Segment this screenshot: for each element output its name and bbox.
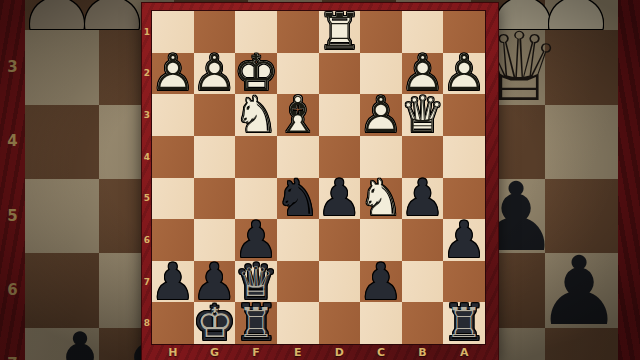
piece-white-bishop: ♝♗ (277, 94, 319, 136)
background-square (25, 253, 99, 327)
main-chessboard-frame: 12345678 ♜♖♟♙♟♙♚♔♟♙♟♙♞♘♝♗♟♙♛♕♞♟♞♘♟♟♟♟♟♛♕… (142, 3, 498, 360)
piece-black-pawn: ♟ (152, 261, 194, 303)
file-label-d: D (319, 345, 361, 359)
square-b6[interactable] (402, 219, 444, 261)
file-label-g: G (194, 345, 236, 359)
bg-rank-label: 5 (0, 205, 25, 227)
square-d7[interactable] (319, 261, 361, 303)
square-c1[interactable] (360, 11, 402, 53)
square-e6[interactable] (277, 219, 319, 261)
square-c5[interactable]: ♞♘ (360, 178, 402, 220)
file-label-e: E (277, 345, 319, 359)
background-left-frame: 234567 (0, 0, 25, 360)
square-c7[interactable]: ♟ (360, 261, 402, 303)
square-a4[interactable] (443, 136, 485, 178)
piece-detail-lines: ♙ (152, 53, 194, 95)
piece-detail-lines: ♖ (239, 306, 273, 340)
piece-detail-lines: ♖ (447, 306, 481, 340)
square-f4[interactable] (235, 136, 277, 178)
piece-black-knight: ♞ (277, 178, 319, 220)
square-d1[interactable]: ♜♖ (319, 11, 361, 53)
piece-white-knight: ♞♘ (360, 178, 402, 220)
piece-white-knight: ♞♘ (235, 94, 277, 136)
file-label-c: C (360, 345, 402, 359)
square-h7[interactable]: ♟ (152, 261, 194, 303)
square-g3[interactable] (194, 94, 236, 136)
background-square (545, 30, 619, 104)
background-square (545, 179, 619, 253)
piece-detail-lines: ♖ (319, 11, 361, 53)
file-label-a: A (443, 345, 485, 359)
square-d3[interactable] (319, 94, 361, 136)
file-labels: HGFEDCBA (152, 345, 485, 359)
piece-detail-lines: ♘ (235, 94, 277, 136)
piece-black-king: ♚♔ (194, 302, 236, 344)
square-h2[interactable]: ♟♙ (152, 53, 194, 95)
square-e8[interactable] (277, 302, 319, 344)
square-b7[interactable] (402, 261, 444, 303)
square-e3[interactable]: ♝♗ (277, 94, 319, 136)
square-a3[interactable] (443, 94, 485, 136)
bg-rank-label: 6 (0, 279, 25, 301)
square-g8[interactable]: ♚♔ (194, 302, 236, 344)
piece-detail-lines: ♘ (360, 178, 402, 220)
square-c8[interactable] (360, 302, 402, 344)
square-f8[interactable]: ♜♖ (235, 302, 277, 344)
square-b5[interactable]: ♟ (402, 178, 444, 220)
square-c3[interactable]: ♟♙ (360, 94, 402, 136)
piece-detail-lines: ♔ (197, 306, 231, 340)
piece-white-pawn: ♟♙ (443, 53, 485, 95)
piece-glyph: ♟ (443, 219, 485, 261)
square-g4[interactable] (194, 136, 236, 178)
piece-black-rook: ♜♖ (235, 302, 277, 344)
square-h3[interactable] (152, 94, 194, 136)
rank-label-4: 4 (142, 136, 152, 178)
background-square (545, 253, 619, 327)
square-b8[interactable] (402, 302, 444, 344)
square-e5[interactable]: ♞ (277, 178, 319, 220)
piece-white-pawn: ♟♙ (152, 53, 194, 95)
background-square (25, 105, 99, 179)
square-a2[interactable]: ♟♙ (443, 53, 485, 95)
piece-black-rook: ♜♖ (443, 302, 485, 344)
square-d8[interactable] (319, 302, 361, 344)
piece-detail-lines: ♙ (360, 94, 402, 136)
piece-glyph: ♟ (360, 261, 402, 303)
piece-black-pawn: ♟ (360, 261, 402, 303)
bg-rank-label: 7 (0, 353, 25, 360)
square-g2[interactable]: ♟♙ (194, 53, 236, 95)
file-label-b: B (402, 345, 444, 359)
piece-detail-lines: ♕ (402, 94, 444, 136)
square-h8[interactable] (152, 302, 194, 344)
square-h4[interactable] (152, 136, 194, 178)
piece-glyph: ♟ (152, 261, 194, 303)
square-b3[interactable]: ♛♕ (402, 94, 444, 136)
piece-white-queen: ♛♕ (402, 94, 444, 136)
piece-black-pawn: ♟ (319, 178, 361, 220)
rank-label-5: 5 (142, 178, 152, 220)
background-square (545, 105, 619, 179)
background-right-frame (618, 0, 640, 360)
square-d2[interactable] (319, 53, 361, 95)
background-square (545, 328, 619, 360)
square-d5[interactable]: ♟ (319, 178, 361, 220)
piece-glyph: ♞ (277, 178, 319, 220)
piece-white-pawn: ♟♙ (360, 94, 402, 136)
bg-rank-label: 3 (0, 56, 25, 78)
background-square (25, 30, 99, 104)
background-square (25, 179, 99, 253)
square-h5[interactable] (152, 178, 194, 220)
file-label-f: F (235, 345, 277, 359)
square-a8[interactable]: ♜♖ (443, 302, 485, 344)
piece-black-pawn: ♟ (402, 178, 444, 220)
square-g5[interactable] (194, 178, 236, 220)
piece-detail-lines: ♙ (194, 53, 236, 95)
piece-white-pawn: ♟♙ (194, 53, 236, 95)
square-a6[interactable]: ♟ (443, 219, 485, 261)
piece-glyph: ♟ (402, 178, 444, 220)
piece-detail-lines: ♗ (277, 94, 319, 136)
piece-detail-lines: ♙ (443, 53, 485, 95)
piece-white-rook: ♜♖ (319, 11, 361, 53)
chess-screenshot: ♟♟♟♟♕♟♟♟♟ 234567 12345678 ♜♖♟♙♟♙♚♔♟♙♟♙♞♘… (0, 0, 640, 360)
background-square (545, 0, 619, 30)
bg-rank-label: 2 (0, 0, 25, 4)
chessboard: ♜♖♟♙♟♙♚♔♟♙♟♙♞♘♝♗♟♙♛♕♞♟♞♘♟♟♟♟♟♛♕♟♚♔♜♖♜♖ (152, 11, 485, 344)
square-d6[interactable] (319, 219, 361, 261)
bg-rank-label: 4 (0, 130, 25, 152)
file-label-h: H (152, 345, 194, 359)
piece-black-pawn: ♟ (443, 219, 485, 261)
square-e7[interactable] (277, 261, 319, 303)
background-square (25, 0, 99, 30)
background-square (25, 328, 99, 360)
square-f3[interactable]: ♞♘ (235, 94, 277, 136)
square-e1[interactable] (277, 11, 319, 53)
piece-glyph: ♟ (319, 178, 361, 220)
